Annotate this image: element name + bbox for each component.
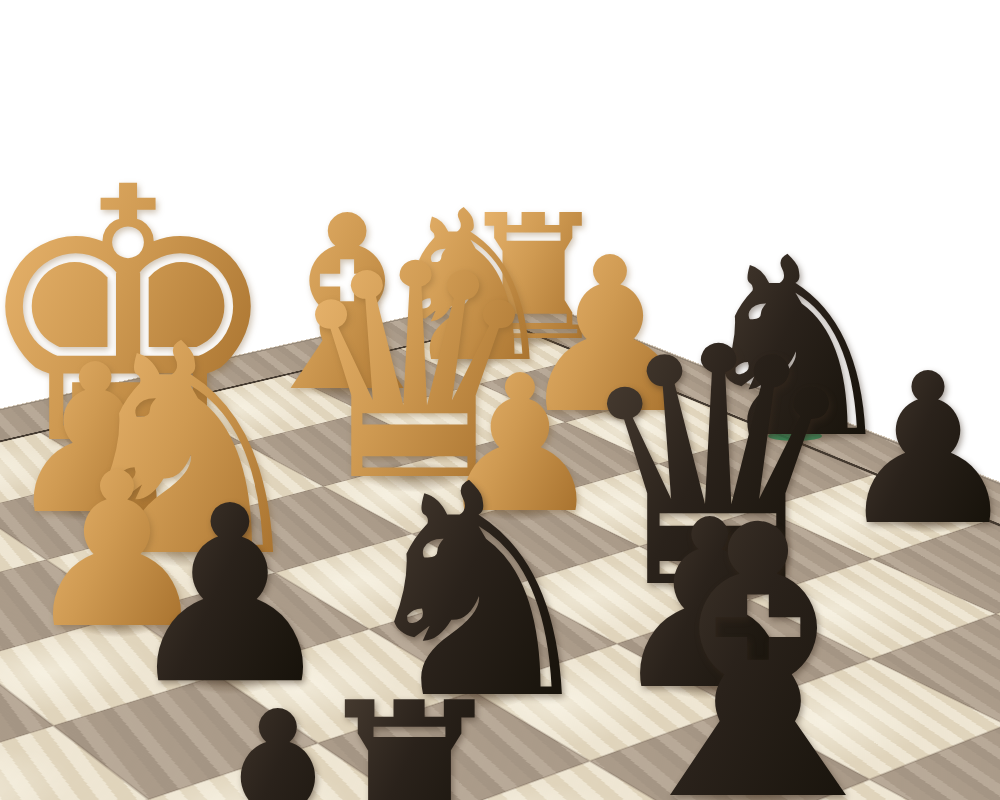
- chess-set-photo: ♚♛♝♞♜♞♟♟♟♟♞♟♛♟♝♟♞♜♟: [0, 0, 1000, 800]
- chess-board: [0, 293, 1000, 800]
- board-grid: [0, 322, 1000, 800]
